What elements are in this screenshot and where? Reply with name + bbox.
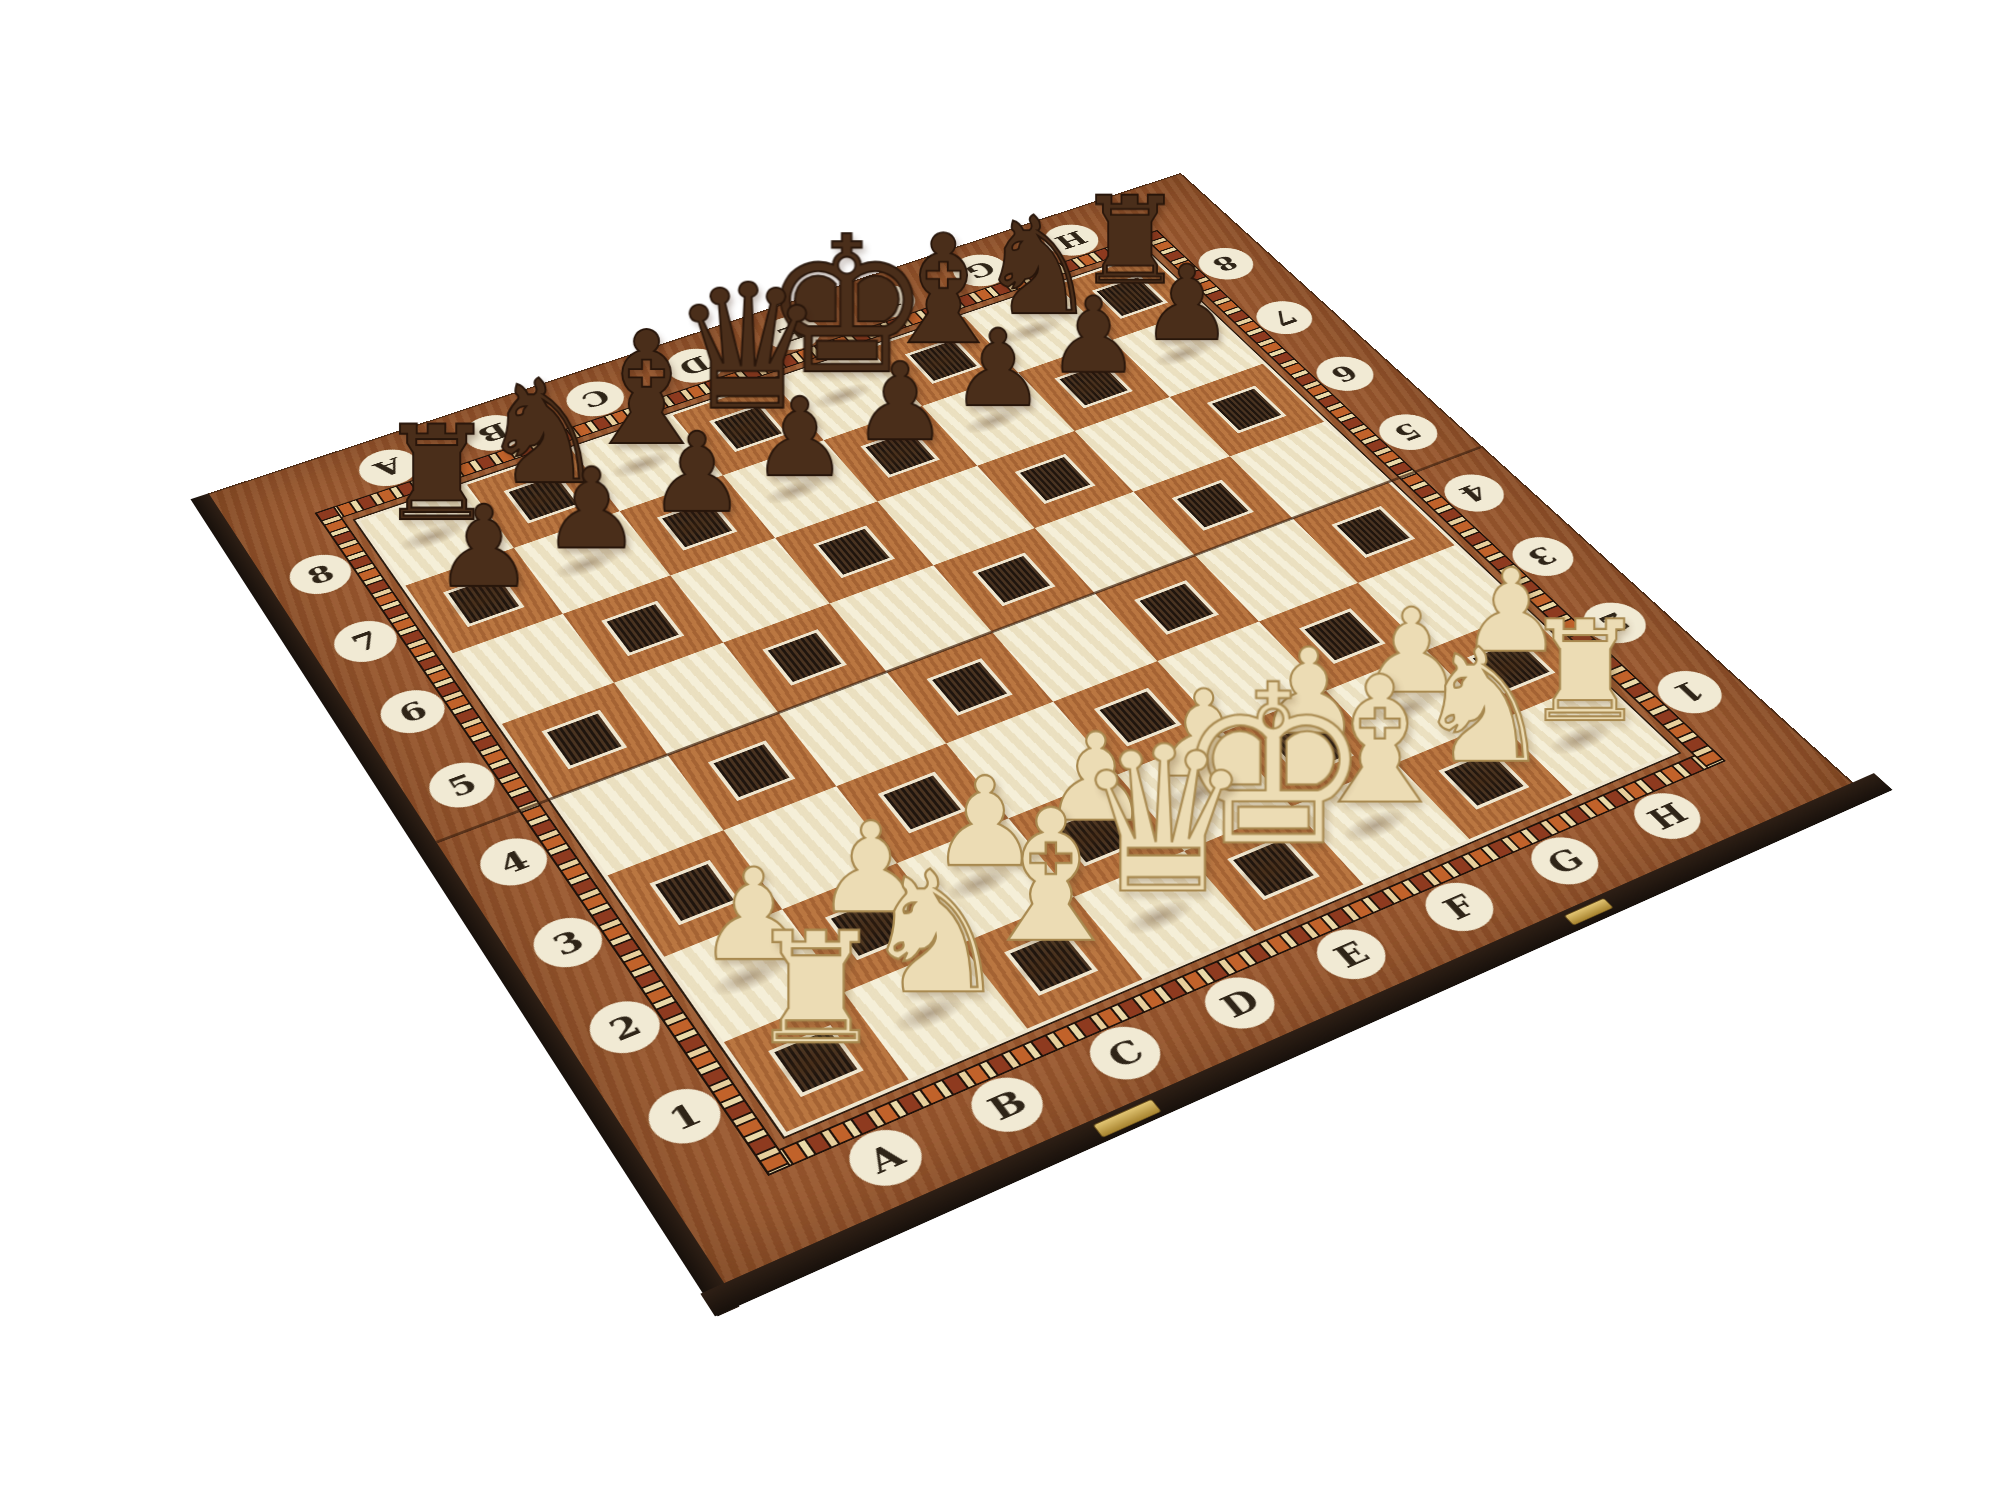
dark-square-inlay bbox=[1207, 386, 1287, 434]
file-label-top-f-text: F bbox=[868, 289, 906, 315]
dark-square-inlay bbox=[657, 499, 737, 551]
dark-square-inlay bbox=[709, 404, 787, 452]
rank-label-right-8-text: 8 bbox=[1207, 251, 1246, 276]
dark-square-inlay bbox=[1172, 480, 1254, 531]
file-label-top-g-text: G bbox=[959, 257, 1001, 283]
rook-glyph: ♜ bbox=[747, 919, 885, 1060]
file-label-top-d-text: D bbox=[674, 351, 717, 379]
board-scene: AABBCCDDEEFFGGHH8877665544332211 ♜♞♝♛♚♝♞… bbox=[0, 0, 2000, 1500]
file-label-top-a-text: A bbox=[369, 453, 409, 483]
dark-square-inlay bbox=[1092, 275, 1168, 319]
photo-stage: AABBCCDDEEFFGGHH8877665544332211 ♜♞♝♛♚♝♞… bbox=[0, 0, 2000, 1500]
dark-square-inlay bbox=[972, 553, 1055, 607]
rank-label-right-6-text: 6 bbox=[1325, 360, 1366, 387]
dark-square-inlay bbox=[813, 525, 895, 578]
file-label-top-c-text: C bbox=[575, 385, 616, 413]
dark-square-inlay bbox=[504, 473, 583, 524]
file-label-top-e-text: E bbox=[773, 320, 813, 347]
dark-square-inlay bbox=[1015, 454, 1096, 504]
piece-stand: ♜ bbox=[730, 819, 901, 1060]
dark-square-inlay bbox=[1055, 361, 1133, 408]
chess-board: AABBCCDDEEFFGGHH8877665544332211 ♜♞♝♛♚♝♞… bbox=[207, 173, 1855, 1286]
rank-label-right-5-text: 5 bbox=[1387, 418, 1429, 446]
dark-square-inlay bbox=[443, 573, 524, 627]
rank-label-left-8-text: 8 bbox=[301, 559, 340, 590]
rank-label-right-7-text: 7 bbox=[1265, 305, 1305, 331]
dark-square-inlay bbox=[905, 338, 982, 384]
file-label-top-b-text: B bbox=[472, 418, 514, 448]
file-label-top-h-text: H bbox=[1049, 227, 1093, 254]
dark-square-inlay bbox=[861, 428, 940, 477]
